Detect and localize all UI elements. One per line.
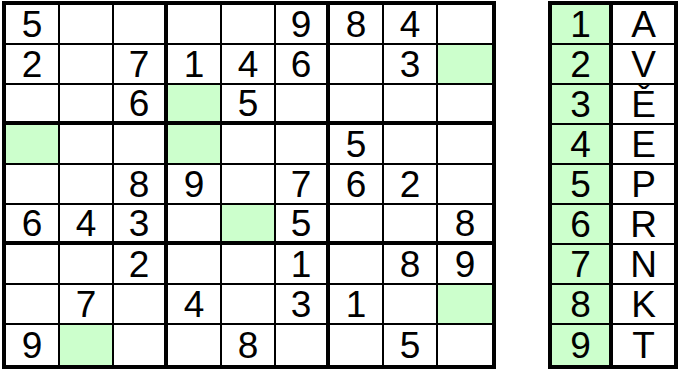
cell-r9c2[interactable] (60, 325, 114, 365)
cell-r4c2[interactable] (60, 125, 114, 165)
cell-r6c9[interactable]: 8 (438, 205, 492, 245)
cell-r9c6[interactable] (276, 325, 330, 365)
cell-r1c8[interactable]: 4 (384, 5, 438, 45)
cell-r1c4[interactable] (168, 5, 222, 45)
legend-number-6: 6 (552, 205, 613, 245)
cell-r1c3[interactable] (114, 5, 168, 45)
cell-r5c5[interactable] (222, 165, 276, 205)
cell-r5c7[interactable]: 6 (330, 165, 384, 205)
cell-r2c9[interactable] (438, 45, 492, 85)
legend-letter-6: R (613, 205, 674, 245)
cell-r7c8[interactable]: 8 (384, 245, 438, 285)
cell-r6c5[interactable] (222, 205, 276, 245)
legend-letter-9: T (613, 325, 674, 365)
cell-r4c1[interactable] (6, 125, 60, 165)
legend-number-5: 5 (552, 165, 613, 205)
cell-r6c7[interactable] (330, 205, 384, 245)
legend-letter-8: K (613, 285, 674, 325)
cell-r4c7[interactable]: 5 (330, 125, 384, 165)
cell-r2c2[interactable] (60, 45, 114, 85)
cell-r7c4[interactable] (168, 245, 222, 285)
cell-r3c7[interactable] (330, 85, 384, 125)
cell-r3c8[interactable] (384, 85, 438, 125)
cell-r1c1[interactable]: 5 (6, 5, 60, 45)
cell-r8c9[interactable] (438, 285, 492, 325)
cell-r7c2[interactable] (60, 245, 114, 285)
cell-r3c3[interactable]: 6 (114, 85, 168, 125)
cell-r9c8[interactable]: 5 (384, 325, 438, 365)
cell-r4c5[interactable] (222, 125, 276, 165)
cell-r6c6[interactable]: 5 (276, 205, 330, 245)
cell-r2c3[interactable]: 7 (114, 45, 168, 85)
legend-number-2: 2 (552, 45, 613, 85)
cell-r5c2[interactable] (60, 165, 114, 205)
cell-r9c1[interactable]: 9 (6, 325, 60, 365)
legend-letter-5: P (613, 165, 674, 205)
cell-r8c4[interactable]: 4 (168, 285, 222, 325)
legend-number-8: 8 (552, 285, 613, 325)
cell-r9c7[interactable] (330, 325, 384, 365)
cell-r6c3[interactable]: 3 (114, 205, 168, 245)
cell-r3c4[interactable] (168, 85, 222, 125)
cell-r8c8[interactable] (384, 285, 438, 325)
cell-r5c3[interactable]: 8 (114, 165, 168, 205)
cell-r2c8[interactable]: 3 (384, 45, 438, 85)
cell-r2c5[interactable]: 4 (222, 45, 276, 85)
cell-r9c9[interactable] (438, 325, 492, 365)
cell-r9c4[interactable] (168, 325, 222, 365)
cell-r6c1[interactable]: 6 (6, 205, 60, 245)
legend-letter-7: N (613, 245, 674, 285)
cell-r8c2[interactable]: 7 (60, 285, 114, 325)
legend-table: 1A2V3Ě4E5P6R7N8K9T (548, 1, 678, 369)
legend-number-1: 1 (552, 5, 613, 45)
cell-r8c7[interactable]: 1 (330, 285, 384, 325)
cell-r3c2[interactable] (60, 85, 114, 125)
cell-r4c8[interactable] (384, 125, 438, 165)
cell-r1c9[interactable] (438, 5, 492, 45)
legend-letter-2: V (613, 45, 674, 85)
cell-r1c2[interactable] (60, 5, 114, 45)
cell-r9c3[interactable] (114, 325, 168, 365)
cell-r2c7[interactable] (330, 45, 384, 85)
cell-r5c9[interactable] (438, 165, 492, 205)
cell-r5c1[interactable] (6, 165, 60, 205)
cell-r4c6[interactable] (276, 125, 330, 165)
cell-r6c2[interactable]: 4 (60, 205, 114, 245)
cell-r6c8[interactable] (384, 205, 438, 245)
cell-r7c1[interactable] (6, 245, 60, 285)
cell-r9c5[interactable]: 8 (222, 325, 276, 365)
cell-r2c1[interactable]: 2 (6, 45, 60, 85)
cell-r4c9[interactable] (438, 125, 492, 165)
cell-r7c3[interactable]: 2 (114, 245, 168, 285)
cell-r7c6[interactable]: 1 (276, 245, 330, 285)
cell-r8c6[interactable]: 3 (276, 285, 330, 325)
cell-r7c7[interactable] (330, 245, 384, 285)
legend-number-3: 3 (552, 85, 613, 125)
cell-r4c3[interactable] (114, 125, 168, 165)
cell-r3c9[interactable] (438, 85, 492, 125)
cell-r8c5[interactable] (222, 285, 276, 325)
legend-letter-3: Ě (613, 85, 674, 125)
cell-r2c6[interactable]: 6 (276, 45, 330, 85)
cell-r7c9[interactable]: 9 (438, 245, 492, 285)
cell-r3c6[interactable] (276, 85, 330, 125)
cell-r1c6[interactable]: 9 (276, 5, 330, 45)
cell-r2c4[interactable]: 1 (168, 45, 222, 85)
legend-number-4: 4 (552, 125, 613, 165)
legend-letter-1: A (613, 5, 674, 45)
cell-r3c5[interactable]: 5 (222, 85, 276, 125)
cell-r8c1[interactable] (6, 285, 60, 325)
cell-r5c8[interactable]: 2 (384, 165, 438, 205)
cell-r6c4[interactable] (168, 205, 222, 245)
cell-r1c5[interactable] (222, 5, 276, 45)
cell-r7c5[interactable] (222, 245, 276, 285)
legend-number-9: 9 (552, 325, 613, 365)
cell-r8c3[interactable] (114, 285, 168, 325)
cell-r5c6[interactable]: 7 (276, 165, 330, 205)
cell-r1c7[interactable]: 8 (330, 5, 384, 45)
sudoku-board: 5984271463655897626435821897431985 (2, 1, 496, 369)
cell-r5c4[interactable]: 9 (168, 165, 222, 205)
legend-number-7: 7 (552, 245, 613, 285)
cell-r4c4[interactable] (168, 125, 222, 165)
legend-letter-4: E (613, 125, 674, 165)
cell-r3c1[interactable] (6, 85, 60, 125)
